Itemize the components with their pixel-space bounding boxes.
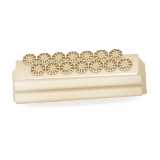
pit-r2-1	[30, 63, 45, 76]
pit-r2-6	[103, 59, 118, 72]
pit-r2-4	[74, 60, 89, 73]
product-photo	[0, 0, 160, 160]
pit-r2-7	[118, 58, 133, 71]
mancala-board	[11, 44, 148, 107]
pit-r2-2	[45, 62, 60, 75]
pit-r2-3	[60, 61, 75, 74]
pit-r2-5	[89, 60, 104, 73]
